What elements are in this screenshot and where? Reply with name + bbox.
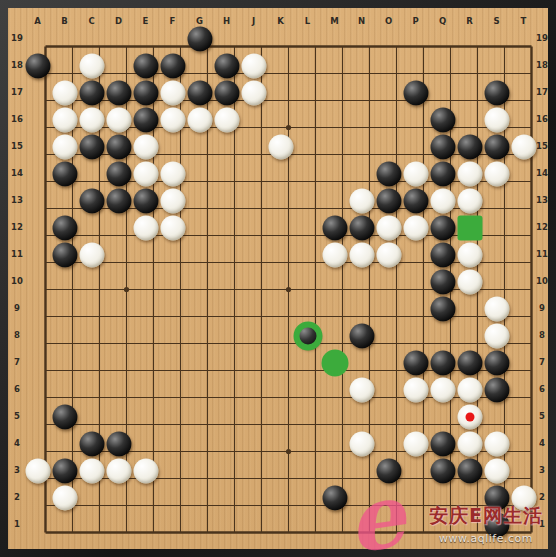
- point-N16[interactable]: [348, 106, 375, 133]
- point-Q16[interactable]: [429, 106, 456, 133]
- point-O8[interactable]: [375, 322, 402, 349]
- point-G6[interactable]: [186, 376, 213, 403]
- point-N10[interactable]: [348, 268, 375, 295]
- point-P13[interactable]: [402, 187, 429, 214]
- point-T6[interactable]: [510, 376, 537, 403]
- point-E2[interactable]: [132, 484, 159, 511]
- point-E7[interactable]: [132, 349, 159, 376]
- point-C3[interactable]: [78, 457, 105, 484]
- point-P9[interactable]: [402, 295, 429, 322]
- point-Q12[interactable]: [429, 214, 456, 241]
- point-R5[interactable]: [456, 403, 483, 430]
- point-E16[interactable]: [132, 106, 159, 133]
- point-N15[interactable]: [348, 133, 375, 160]
- point-N18[interactable]: [348, 52, 375, 79]
- point-O1[interactable]: [375, 511, 402, 538]
- point-A7[interactable]: [24, 349, 51, 376]
- point-P1[interactable]: [402, 511, 429, 538]
- point-E5[interactable]: [132, 403, 159, 430]
- point-R10[interactable]: [456, 268, 483, 295]
- point-C7[interactable]: [78, 349, 105, 376]
- point-D16[interactable]: [105, 106, 132, 133]
- point-Q2[interactable]: [429, 484, 456, 511]
- point-G8[interactable]: [186, 322, 213, 349]
- point-B17[interactable]: [51, 79, 78, 106]
- point-C2[interactable]: [78, 484, 105, 511]
- point-M2[interactable]: [321, 484, 348, 511]
- point-K4[interactable]: [267, 430, 294, 457]
- point-F11[interactable]: [159, 241, 186, 268]
- point-M4[interactable]: [321, 430, 348, 457]
- point-R19[interactable]: [456, 25, 483, 52]
- point-B6[interactable]: [51, 376, 78, 403]
- point-H5[interactable]: [213, 403, 240, 430]
- point-C5[interactable]: [78, 403, 105, 430]
- point-H19[interactable]: [213, 25, 240, 52]
- point-T1[interactable]: [510, 511, 537, 538]
- point-A12[interactable]: [24, 214, 51, 241]
- point-H16[interactable]: [213, 106, 240, 133]
- point-C13[interactable]: [78, 187, 105, 214]
- point-G18[interactable]: [186, 52, 213, 79]
- point-O10[interactable]: [375, 268, 402, 295]
- point-E13[interactable]: [132, 187, 159, 214]
- point-N7[interactable]: [348, 349, 375, 376]
- point-P8[interactable]: [402, 322, 429, 349]
- point-A10[interactable]: [24, 268, 51, 295]
- point-G11[interactable]: [186, 241, 213, 268]
- point-T7[interactable]: [510, 349, 537, 376]
- point-H8[interactable]: [213, 322, 240, 349]
- point-R11[interactable]: [456, 241, 483, 268]
- point-P11[interactable]: [402, 241, 429, 268]
- point-S16[interactable]: [483, 106, 510, 133]
- point-S9[interactable]: [483, 295, 510, 322]
- point-R13[interactable]: [456, 187, 483, 214]
- point-E9[interactable]: [132, 295, 159, 322]
- point-J10[interactable]: [240, 268, 267, 295]
- point-D19[interactable]: [105, 25, 132, 52]
- point-S11[interactable]: [483, 241, 510, 268]
- point-K1[interactable]: [267, 511, 294, 538]
- point-J19[interactable]: [240, 25, 267, 52]
- point-L3[interactable]: [294, 457, 321, 484]
- point-N8[interactable]: [348, 322, 375, 349]
- point-L14[interactable]: [294, 160, 321, 187]
- point-O6[interactable]: [375, 376, 402, 403]
- point-M3[interactable]: [321, 457, 348, 484]
- point-F5[interactable]: [159, 403, 186, 430]
- point-P3[interactable]: [402, 457, 429, 484]
- point-R15[interactable]: [456, 133, 483, 160]
- point-R14[interactable]: [456, 160, 483, 187]
- point-T18[interactable]: [510, 52, 537, 79]
- point-M16[interactable]: [321, 106, 348, 133]
- point-M18[interactable]: [321, 52, 348, 79]
- point-E6[interactable]: [132, 376, 159, 403]
- point-E4[interactable]: [132, 430, 159, 457]
- point-M8[interactable]: [321, 322, 348, 349]
- point-C15[interactable]: [78, 133, 105, 160]
- point-A9[interactable]: [24, 295, 51, 322]
- point-H18[interactable]: [213, 52, 240, 79]
- point-L16[interactable]: [294, 106, 321, 133]
- point-N13[interactable]: [348, 187, 375, 214]
- point-O16[interactable]: [375, 106, 402, 133]
- point-R16[interactable]: [456, 106, 483, 133]
- point-L7[interactable]: [294, 349, 321, 376]
- point-J14[interactable]: [240, 160, 267, 187]
- point-O12[interactable]: [375, 214, 402, 241]
- point-K19[interactable]: [267, 25, 294, 52]
- point-T9[interactable]: [510, 295, 537, 322]
- point-H17[interactable]: [213, 79, 240, 106]
- point-H14[interactable]: [213, 160, 240, 187]
- point-O17[interactable]: [375, 79, 402, 106]
- point-S5[interactable]: [483, 403, 510, 430]
- point-B15[interactable]: [51, 133, 78, 160]
- point-L17[interactable]: [294, 79, 321, 106]
- point-D9[interactable]: [105, 295, 132, 322]
- point-T17[interactable]: [510, 79, 537, 106]
- point-N5[interactable]: [348, 403, 375, 430]
- point-D3[interactable]: [105, 457, 132, 484]
- point-M13[interactable]: [321, 187, 348, 214]
- point-D11[interactable]: [105, 241, 132, 268]
- point-A14[interactable]: [24, 160, 51, 187]
- point-J5[interactable]: [240, 403, 267, 430]
- point-T14[interactable]: [510, 160, 537, 187]
- point-Q15[interactable]: [429, 133, 456, 160]
- point-Q6[interactable]: [429, 376, 456, 403]
- point-J7[interactable]: [240, 349, 267, 376]
- point-T2[interactable]: [510, 484, 537, 511]
- point-M6[interactable]: [321, 376, 348, 403]
- point-D6[interactable]: [105, 376, 132, 403]
- point-E10[interactable]: [132, 268, 159, 295]
- point-H4[interactable]: [213, 430, 240, 457]
- point-K13[interactable]: [267, 187, 294, 214]
- point-H11[interactable]: [213, 241, 240, 268]
- point-L15[interactable]: [294, 133, 321, 160]
- point-M9[interactable]: [321, 295, 348, 322]
- point-A5[interactable]: [24, 403, 51, 430]
- point-J8[interactable]: [240, 322, 267, 349]
- point-O2[interactable]: [375, 484, 402, 511]
- point-G5[interactable]: [186, 403, 213, 430]
- point-N14[interactable]: [348, 160, 375, 187]
- point-N17[interactable]: [348, 79, 375, 106]
- point-B18[interactable]: [51, 52, 78, 79]
- point-C8[interactable]: [78, 322, 105, 349]
- point-Q4[interactable]: [429, 430, 456, 457]
- point-B10[interactable]: [51, 268, 78, 295]
- point-O18[interactable]: [375, 52, 402, 79]
- point-P2[interactable]: [402, 484, 429, 511]
- point-P19[interactable]: [402, 25, 429, 52]
- point-A17[interactable]: [24, 79, 51, 106]
- point-P5[interactable]: [402, 403, 429, 430]
- point-S13[interactable]: [483, 187, 510, 214]
- point-K5[interactable]: [267, 403, 294, 430]
- point-O7[interactable]: [375, 349, 402, 376]
- point-G10[interactable]: [186, 268, 213, 295]
- point-M10[interactable]: [321, 268, 348, 295]
- point-E14[interactable]: [132, 160, 159, 187]
- point-J3[interactable]: [240, 457, 267, 484]
- point-Q8[interactable]: [429, 322, 456, 349]
- point-L13[interactable]: [294, 187, 321, 214]
- point-B8[interactable]: [51, 322, 78, 349]
- point-B13[interactable]: [51, 187, 78, 214]
- point-T5[interactable]: [510, 403, 537, 430]
- point-T11[interactable]: [510, 241, 537, 268]
- point-S18[interactable]: [483, 52, 510, 79]
- point-R3[interactable]: [456, 457, 483, 484]
- point-S1[interactable]: [483, 511, 510, 538]
- point-K10[interactable]: [267, 268, 294, 295]
- point-Q5[interactable]: [429, 403, 456, 430]
- point-S8[interactable]: [483, 322, 510, 349]
- point-Q19[interactable]: [429, 25, 456, 52]
- point-A3[interactable]: [24, 457, 51, 484]
- point-B2[interactable]: [51, 484, 78, 511]
- point-S19[interactable]: [483, 25, 510, 52]
- point-P6[interactable]: [402, 376, 429, 403]
- point-A13[interactable]: [24, 187, 51, 214]
- point-B1[interactable]: [51, 511, 78, 538]
- point-B16[interactable]: [51, 106, 78, 133]
- point-H1[interactable]: [213, 511, 240, 538]
- point-K16[interactable]: [267, 106, 294, 133]
- point-B7[interactable]: [51, 349, 78, 376]
- point-O13[interactable]: [375, 187, 402, 214]
- point-L2[interactable]: [294, 484, 321, 511]
- point-F2[interactable]: [159, 484, 186, 511]
- point-P16[interactable]: [402, 106, 429, 133]
- point-B9[interactable]: [51, 295, 78, 322]
- point-C16[interactable]: [78, 106, 105, 133]
- point-G1[interactable]: [186, 511, 213, 538]
- point-N11[interactable]: [348, 241, 375, 268]
- point-C4[interactable]: [78, 430, 105, 457]
- point-M1[interactable]: [321, 511, 348, 538]
- point-G12[interactable]: [186, 214, 213, 241]
- point-N2[interactable]: [348, 484, 375, 511]
- point-H7[interactable]: [213, 349, 240, 376]
- point-D1[interactable]: [105, 511, 132, 538]
- point-O15[interactable]: [375, 133, 402, 160]
- point-J6[interactable]: [240, 376, 267, 403]
- point-O19[interactable]: [375, 25, 402, 52]
- point-C9[interactable]: [78, 295, 105, 322]
- point-J17[interactable]: [240, 79, 267, 106]
- point-R17[interactable]: [456, 79, 483, 106]
- point-A1[interactable]: [24, 511, 51, 538]
- point-K7[interactable]: [267, 349, 294, 376]
- point-C19[interactable]: [78, 25, 105, 52]
- point-N12[interactable]: [348, 214, 375, 241]
- point-F15[interactable]: [159, 133, 186, 160]
- point-M12[interactable]: [321, 214, 348, 241]
- point-T15[interactable]: [510, 133, 537, 160]
- point-P14[interactable]: [402, 160, 429, 187]
- point-L10[interactable]: [294, 268, 321, 295]
- point-O5[interactable]: [375, 403, 402, 430]
- point-D18[interactable]: [105, 52, 132, 79]
- point-C10[interactable]: [78, 268, 105, 295]
- point-J16[interactable]: [240, 106, 267, 133]
- point-J15[interactable]: [240, 133, 267, 160]
- point-Q14[interactable]: [429, 160, 456, 187]
- point-R2[interactable]: [456, 484, 483, 511]
- point-S3[interactable]: [483, 457, 510, 484]
- point-S14[interactable]: [483, 160, 510, 187]
- point-P4[interactable]: [402, 430, 429, 457]
- point-S2[interactable]: [483, 484, 510, 511]
- point-T4[interactable]: [510, 430, 537, 457]
- point-C14[interactable]: [78, 160, 105, 187]
- point-E8[interactable]: [132, 322, 159, 349]
- point-G17[interactable]: [186, 79, 213, 106]
- point-N9[interactable]: [348, 295, 375, 322]
- point-T8[interactable]: [510, 322, 537, 349]
- point-K9[interactable]: [267, 295, 294, 322]
- point-J2[interactable]: [240, 484, 267, 511]
- point-G3[interactable]: [186, 457, 213, 484]
- point-Q13[interactable]: [429, 187, 456, 214]
- point-F10[interactable]: [159, 268, 186, 295]
- point-C12[interactable]: [78, 214, 105, 241]
- point-K15[interactable]: [267, 133, 294, 160]
- point-R9[interactable]: [456, 295, 483, 322]
- point-Q18[interactable]: [429, 52, 456, 79]
- point-N3[interactable]: [348, 457, 375, 484]
- point-A4[interactable]: [24, 430, 51, 457]
- point-F3[interactable]: [159, 457, 186, 484]
- point-M7[interactable]: [321, 349, 348, 376]
- point-B11[interactable]: [51, 241, 78, 268]
- point-T19[interactable]: [510, 25, 537, 52]
- point-R12[interactable]: [456, 214, 483, 241]
- point-F12[interactable]: [159, 214, 186, 241]
- point-L8[interactable]: [294, 322, 321, 349]
- point-A6[interactable]: [24, 376, 51, 403]
- point-C11[interactable]: [78, 241, 105, 268]
- point-A19[interactable]: [24, 25, 51, 52]
- point-G7[interactable]: [186, 349, 213, 376]
- point-L4[interactable]: [294, 430, 321, 457]
- point-F16[interactable]: [159, 106, 186, 133]
- point-K14[interactable]: [267, 160, 294, 187]
- point-H2[interactable]: [213, 484, 240, 511]
- point-A11[interactable]: [24, 241, 51, 268]
- point-S15[interactable]: [483, 133, 510, 160]
- point-B19[interactable]: [51, 25, 78, 52]
- point-G15[interactable]: [186, 133, 213, 160]
- point-M15[interactable]: [321, 133, 348, 160]
- point-Q1[interactable]: [429, 511, 456, 538]
- point-L1[interactable]: [294, 511, 321, 538]
- point-B4[interactable]: [51, 430, 78, 457]
- point-F4[interactable]: [159, 430, 186, 457]
- point-S6[interactable]: [483, 376, 510, 403]
- point-Q3[interactable]: [429, 457, 456, 484]
- point-G2[interactable]: [186, 484, 213, 511]
- point-T16[interactable]: [510, 106, 537, 133]
- point-E18[interactable]: [132, 52, 159, 79]
- point-K6[interactable]: [267, 376, 294, 403]
- point-P17[interactable]: [402, 79, 429, 106]
- point-Q9[interactable]: [429, 295, 456, 322]
- point-L5[interactable]: [294, 403, 321, 430]
- point-G14[interactable]: [186, 160, 213, 187]
- point-N6[interactable]: [348, 376, 375, 403]
- point-C6[interactable]: [78, 376, 105, 403]
- point-M19[interactable]: [321, 25, 348, 52]
- point-A16[interactable]: [24, 106, 51, 133]
- point-F9[interactable]: [159, 295, 186, 322]
- point-E11[interactable]: [132, 241, 159, 268]
- point-B3[interactable]: [51, 457, 78, 484]
- point-R8[interactable]: [456, 322, 483, 349]
- point-F7[interactable]: [159, 349, 186, 376]
- point-S17[interactable]: [483, 79, 510, 106]
- point-T3[interactable]: [510, 457, 537, 484]
- point-P7[interactable]: [402, 349, 429, 376]
- point-H9[interactable]: [213, 295, 240, 322]
- point-J13[interactable]: [240, 187, 267, 214]
- point-K12[interactable]: [267, 214, 294, 241]
- point-F18[interactable]: [159, 52, 186, 79]
- point-K18[interactable]: [267, 52, 294, 79]
- point-D7[interactable]: [105, 349, 132, 376]
- point-F13[interactable]: [159, 187, 186, 214]
- point-Q17[interactable]: [429, 79, 456, 106]
- point-E12[interactable]: [132, 214, 159, 241]
- point-K11[interactable]: [267, 241, 294, 268]
- point-J18[interactable]: [240, 52, 267, 79]
- point-N1[interactable]: [348, 511, 375, 538]
- point-C18[interactable]: [78, 52, 105, 79]
- point-D17[interactable]: [105, 79, 132, 106]
- point-G19[interactable]: [186, 25, 213, 52]
- point-E3[interactable]: [132, 457, 159, 484]
- point-P10[interactable]: [402, 268, 429, 295]
- point-D13[interactable]: [105, 187, 132, 214]
- point-J9[interactable]: [240, 295, 267, 322]
- point-L19[interactable]: [294, 25, 321, 52]
- point-O11[interactable]: [375, 241, 402, 268]
- point-J4[interactable]: [240, 430, 267, 457]
- point-B12[interactable]: [51, 214, 78, 241]
- point-O3[interactable]: [375, 457, 402, 484]
- point-Q11[interactable]: [429, 241, 456, 268]
- point-F17[interactable]: [159, 79, 186, 106]
- point-P15[interactable]: [402, 133, 429, 160]
- point-P18[interactable]: [402, 52, 429, 79]
- point-C1[interactable]: [78, 511, 105, 538]
- point-L12[interactable]: [294, 214, 321, 241]
- point-R1[interactable]: [456, 511, 483, 538]
- point-K3[interactable]: [267, 457, 294, 484]
- point-F8[interactable]: [159, 322, 186, 349]
- point-S12[interactable]: [483, 214, 510, 241]
- point-L18[interactable]: [294, 52, 321, 79]
- point-H6[interactable]: [213, 376, 240, 403]
- point-J1[interactable]: [240, 511, 267, 538]
- point-R6[interactable]: [456, 376, 483, 403]
